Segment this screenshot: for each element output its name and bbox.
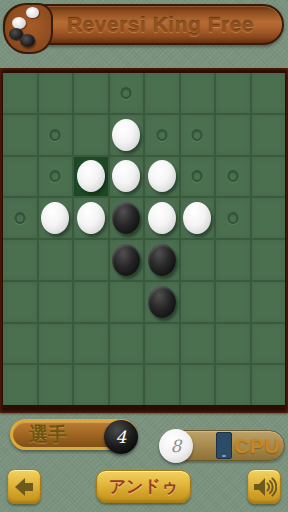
cell-b3[interactable]	[39, 157, 73, 197]
back-arrow-icon	[12, 475, 36, 499]
cell-d2[interactable]	[110, 115, 144, 155]
mini-white-disc-1	[26, 7, 39, 18]
cell-g7[interactable]	[216, 324, 250, 364]
legal-move-hint-b2	[50, 129, 61, 141]
app-title: Reversi King Free	[45, 6, 276, 43]
cell-e4[interactable]	[145, 198, 179, 238]
cell-e7[interactable]	[145, 324, 179, 364]
cell-c5[interactable]	[74, 240, 108, 280]
cell-a2[interactable]	[3, 115, 37, 155]
cell-h6[interactable]	[252, 282, 286, 322]
cpu-score-panel: 8 CPU	[160, 430, 285, 461]
legal-move-hint-e2	[156, 129, 167, 141]
legal-move-hint-b3	[50, 170, 61, 182]
cell-c8[interactable]	[74, 365, 108, 405]
cell-b7[interactable]	[39, 324, 73, 364]
cell-h4[interactable]	[252, 198, 286, 238]
legal-move-hint-g3	[227, 170, 238, 182]
white-disc-e3	[148, 160, 176, 192]
legal-move-hint-f2	[192, 129, 203, 141]
black-disc-d5	[112, 244, 140, 276]
cpu-white-disc: 8	[159, 429, 193, 463]
cell-g8[interactable]	[216, 365, 250, 405]
white-disc-d2	[112, 119, 140, 151]
cell-c6[interactable]	[74, 282, 108, 322]
cell-a7[interactable]	[3, 324, 37, 364]
cell-f1[interactable]	[181, 73, 215, 113]
cell-f2[interactable]	[181, 115, 215, 155]
player-black-disc: 4	[104, 420, 138, 454]
white-disc-b4	[41, 202, 69, 234]
cell-e6[interactable]	[145, 282, 179, 322]
cell-b2[interactable]	[39, 115, 73, 155]
cell-g3[interactable]	[216, 157, 250, 197]
cell-f8[interactable]	[181, 365, 215, 405]
cell-f6[interactable]	[181, 282, 215, 322]
cell-a3[interactable]	[3, 157, 37, 197]
cell-c7[interactable]	[74, 324, 108, 364]
white-disc-e4	[148, 202, 176, 234]
cell-h5[interactable]	[252, 240, 286, 280]
cell-b6[interactable]	[39, 282, 73, 322]
black-disc-e5	[148, 244, 176, 276]
cell-e1[interactable]	[145, 73, 179, 113]
cell-c3[interactable]	[74, 157, 108, 197]
black-disc-d4	[112, 202, 140, 234]
cell-a6[interactable]	[3, 282, 37, 322]
cell-g5[interactable]	[216, 240, 250, 280]
player-label: 選手	[29, 422, 67, 448]
white-disc-c4	[77, 202, 105, 234]
legal-move-hint-a4	[14, 212, 25, 224]
cell-f3[interactable]	[181, 157, 215, 197]
cell-g6[interactable]	[216, 282, 250, 322]
white-disc-c3	[77, 160, 105, 192]
cell-a1[interactable]	[3, 73, 37, 113]
sound-button[interactable]	[247, 469, 281, 504]
board-frame	[0, 68, 288, 413]
cell-a4[interactable]	[3, 198, 37, 238]
cell-d4[interactable]	[110, 198, 144, 238]
player-score-panel: 選手 4	[10, 419, 137, 450]
cell-f5[interactable]	[181, 240, 215, 280]
cell-b5[interactable]	[39, 240, 73, 280]
cell-b1[interactable]	[39, 73, 73, 113]
app-screen: Reversi King Free 選手 4 8 CPU アンドゥ	[0, 0, 288, 512]
cell-d6[interactable]	[110, 282, 144, 322]
cell-h7[interactable]	[252, 324, 286, 364]
cell-d3[interactable]	[110, 157, 144, 197]
cell-d5[interactable]	[110, 240, 144, 280]
cpu-label: CPU	[234, 434, 280, 458]
cell-f7[interactable]	[181, 324, 215, 364]
cell-c2[interactable]	[74, 115, 108, 155]
undo-button[interactable]: アンドゥ	[96, 470, 191, 503]
cell-a8[interactable]	[3, 365, 37, 405]
cell-h2[interactable]	[252, 115, 286, 155]
speaker-volume-icon	[251, 474, 277, 500]
cell-b8[interactable]	[39, 365, 73, 405]
cell-a5[interactable]	[3, 240, 37, 280]
smartphone-icon	[216, 432, 232, 459]
cell-c4[interactable]	[74, 198, 108, 238]
white-disc-d3	[112, 160, 140, 192]
legal-move-hint-d1	[121, 87, 132, 99]
legal-move-hint-f3	[192, 170, 203, 182]
cell-d7[interactable]	[110, 324, 144, 364]
cell-d1[interactable]	[110, 73, 144, 113]
mini-black-disc-2	[20, 34, 35, 47]
cpu-score-value: 8	[171, 436, 182, 456]
cell-g2[interactable]	[216, 115, 250, 155]
reversi-board[interactable]	[3, 73, 285, 405]
back-button[interactable]	[7, 469, 41, 504]
cell-b4[interactable]	[39, 198, 73, 238]
cell-f4[interactable]	[181, 198, 215, 238]
cell-e5[interactable]	[145, 240, 179, 280]
cell-e2[interactable]	[145, 115, 179, 155]
cell-h8[interactable]	[252, 365, 286, 405]
cell-d8[interactable]	[110, 365, 144, 405]
cell-e8[interactable]	[145, 365, 179, 405]
title-bar: Reversi King Free	[3, 4, 284, 45]
cell-g1[interactable]	[216, 73, 250, 113]
player-score-value: 4	[116, 427, 127, 447]
white-disc-f4	[183, 202, 211, 234]
black-disc-e6	[148, 286, 176, 318]
cell-g4[interactable]	[216, 198, 250, 238]
cell-h3[interactable]	[252, 157, 286, 197]
legal-move-hint-g4	[227, 212, 238, 224]
cell-c1[interactable]	[74, 73, 108, 113]
cell-h1[interactable]	[252, 73, 286, 113]
cell-e3[interactable]	[145, 157, 179, 197]
